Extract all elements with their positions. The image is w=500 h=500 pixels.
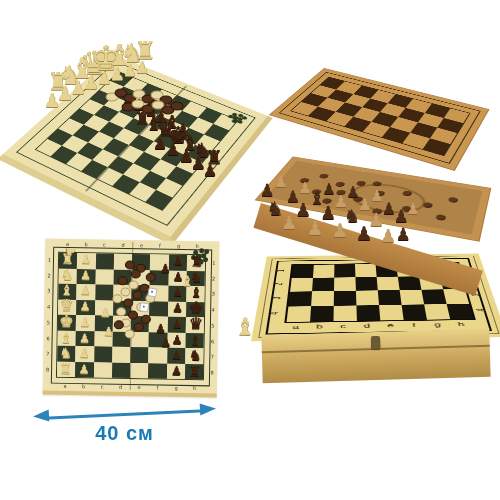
rank-label: 1 [48, 256, 51, 262]
chess-piece: ♟ [171, 365, 182, 377]
arrow-line [44, 409, 205, 420]
rank-label: 4 [47, 304, 50, 310]
rank-label: 6 [46, 335, 49, 341]
checker-disc [120, 287, 130, 296]
checker-disc [134, 323, 144, 332]
board-square [447, 303, 474, 319]
board-square [310, 306, 334, 322]
board-square [379, 305, 404, 321]
chess-piece: ♟ [171, 333, 182, 345]
rank-label: 1 [275, 270, 286, 272]
closed-board-front-edge [261, 329, 490, 383]
board-square [402, 304, 427, 320]
file-label: d [119, 384, 122, 390]
rank-label: 7 [211, 354, 214, 360]
board-square [288, 291, 312, 306]
rank-label: 8 [210, 370, 213, 376]
scattered-pieces: ♟♟♞♟♟♟♟♝♟♟♟♟♟♟♞♟♟♟♟♟♟♟♟♟ [253, 45, 500, 257]
chess-piece: ♟ [100, 307, 111, 319]
rank-label: 4 [268, 312, 280, 315]
file-label: d [121, 241, 124, 247]
chess-piece: ♟ [173, 255, 184, 267]
board-square [377, 276, 400, 290]
board-square [287, 306, 312, 322]
chess-piece: ♟ [64, 245, 78, 258]
file-label: a [292, 324, 299, 330]
rank-label: 7 [46, 351, 49, 357]
chess-piece: ♟ [172, 302, 183, 314]
file-label: h [193, 385, 196, 391]
dimension-indicator: 40 см [33, 402, 216, 448]
file-label: b [316, 323, 323, 329]
pieces-overlay: ♜♞♝♛♚♝♞♜♟♟♟♟♟♟♟♟♟♟♞♟♝♟♜♝♛♚♝♞♜♟♟♟♟♟ [8, 30, 270, 236]
file-label: h [457, 321, 465, 327]
board-square [290, 278, 313, 292]
checker-disc [125, 260, 135, 269]
rank-label: 5 [211, 322, 214, 328]
chess-piece: ♜ [188, 364, 201, 378]
checker-disc [114, 321, 124, 330]
file-label: f [159, 242, 161, 248]
chess-piece: ♚ [59, 313, 74, 329]
file-label: f [157, 384, 159, 390]
file-label: g [174, 385, 177, 391]
file-label: g [434, 321, 442, 327]
file-label: c [340, 323, 346, 329]
file-label: e [140, 242, 143, 248]
rank-label: 2 [48, 272, 51, 278]
chess-piece: ♞ [189, 348, 202, 362]
chess-piece: ♜ [59, 362, 72, 376]
checker-disc [117, 276, 127, 285]
chess-piece: ♞ [61, 267, 74, 281]
board-square [355, 277, 377, 291]
file-label: a [63, 383, 66, 389]
chess-piece: ♟ [155, 322, 166, 334]
chess-piece: ♟ [79, 332, 90, 344]
rank-label: 5 [47, 319, 50, 325]
board-square [355, 264, 377, 277]
chess-piece: ♟ [171, 349, 182, 361]
rank-label: 6 [211, 338, 214, 344]
file-label: e [137, 384, 140, 390]
checker-disc [145, 273, 155, 282]
board-square [112, 362, 131, 378]
board-square [334, 264, 355, 277]
view-open-board-angled: ♜♞♝♛♚♝♞♜♟♟♟♟♟♟♟♟♟♟♞♟♝♟♜♝♛♚♝♞♜♟♟♟♟♟ [8, 30, 270, 236]
file-label: b [82, 383, 85, 389]
view-open-box: ♟♟♞♟♟♟♟♝♟♟♟♟♟♟♞♟♟♟♟♟♟♟♟♟ [253, 45, 500, 257]
chess-piece: ♟ [395, 226, 410, 243]
board-square [148, 363, 167, 379]
dice [139, 302, 149, 312]
board-square [94, 346, 113, 362]
metal-clasp [371, 336, 380, 349]
chess-piece: ♟ [380, 227, 396, 245]
rank-label: 2 [273, 283, 284, 286]
chess-piece: ♟ [160, 336, 171, 348]
board-square [334, 305, 357, 321]
board-square [95, 269, 114, 285]
board-square [400, 290, 424, 305]
board-square [148, 347, 167, 363]
rank-label: 1 [212, 259, 215, 265]
checker-disc [171, 102, 184, 111]
rank-label: 3 [270, 297, 282, 300]
chess-piece: ♝ [59, 330, 72, 344]
chess-piece: ♟ [80, 253, 91, 265]
chess-piece: ♟ [79, 316, 90, 328]
board-square [311, 291, 334, 306]
checker-disc [141, 315, 151, 324]
checker-disc [116, 307, 126, 316]
board-square [95, 284, 114, 300]
rank-label: 8 [46, 367, 49, 373]
board-square [378, 290, 402, 305]
rank-label: 2 [212, 275, 215, 281]
file-label: g [177, 242, 180, 248]
chess-piece: ♟ [135, 60, 149, 76]
chess-piece: ♟ [406, 202, 419, 217]
board-square [334, 277, 356, 291]
chess-piece: ♜ [190, 254, 203, 268]
board-square [334, 291, 357, 306]
chess-piece: ♟ [172, 318, 183, 330]
file-label: b [84, 241, 87, 247]
chess-piece: ♝ [181, 274, 194, 288]
checker-disc [125, 330, 135, 339]
checker-disc [130, 270, 140, 279]
file-label: h [195, 243, 198, 249]
board-square [312, 277, 334, 291]
view-open-board-top: ♜♞♝♛♚♝♞♜♟♟♟♟♟♟♟♟♟♟♟♜♞♝♚♛♝♞♜♟♟♟♟♟♟♟♟♟♟♟♝♝… [43, 238, 220, 397]
board-square [313, 265, 334, 278]
chess-piece: ♟ [103, 326, 114, 338]
board-square [95, 253, 114, 269]
checker-disc [128, 280, 138, 289]
arrow-right-head [200, 403, 217, 416]
file-label: e [387, 322, 394, 328]
rank-label: 3 [212, 291, 215, 297]
checker-disc [112, 295, 122, 304]
chess-piece: ♟ [79, 300, 90, 312]
dimension-label: 40 см [33, 422, 216, 445]
chess-piece: ♟ [203, 163, 217, 179]
board-square [356, 305, 380, 321]
rank-label: 4 [474, 309, 486, 312]
rank-label: 4 [212, 307, 215, 313]
board-square [130, 347, 149, 363]
checker-disc [133, 290, 143, 299]
file-label: c [101, 383, 104, 389]
chess-piece: ♟ [78, 363, 89, 375]
board-square [149, 301, 168, 317]
board-square [130, 362, 149, 378]
chess-piece: ♟ [160, 262, 171, 274]
chess-piece: ♝ [189, 333, 202, 347]
chess-piece: ♟ [79, 348, 90, 360]
chess-piece: ♟ [80, 269, 91, 281]
chess-piece: ♟ [80, 285, 91, 297]
board-square [356, 290, 379, 305]
file-label: c [103, 241, 106, 247]
checker-disc [123, 298, 133, 307]
chess-piece: ♛ [188, 316, 203, 332]
board-square [112, 347, 131, 363]
chess-piece: ♞ [59, 346, 72, 360]
file-label: a [66, 240, 69, 246]
board-square [93, 362, 112, 378]
rank-label: 3 [47, 288, 50, 294]
file-label: d [363, 323, 370, 329]
board-square [292, 265, 314, 278]
